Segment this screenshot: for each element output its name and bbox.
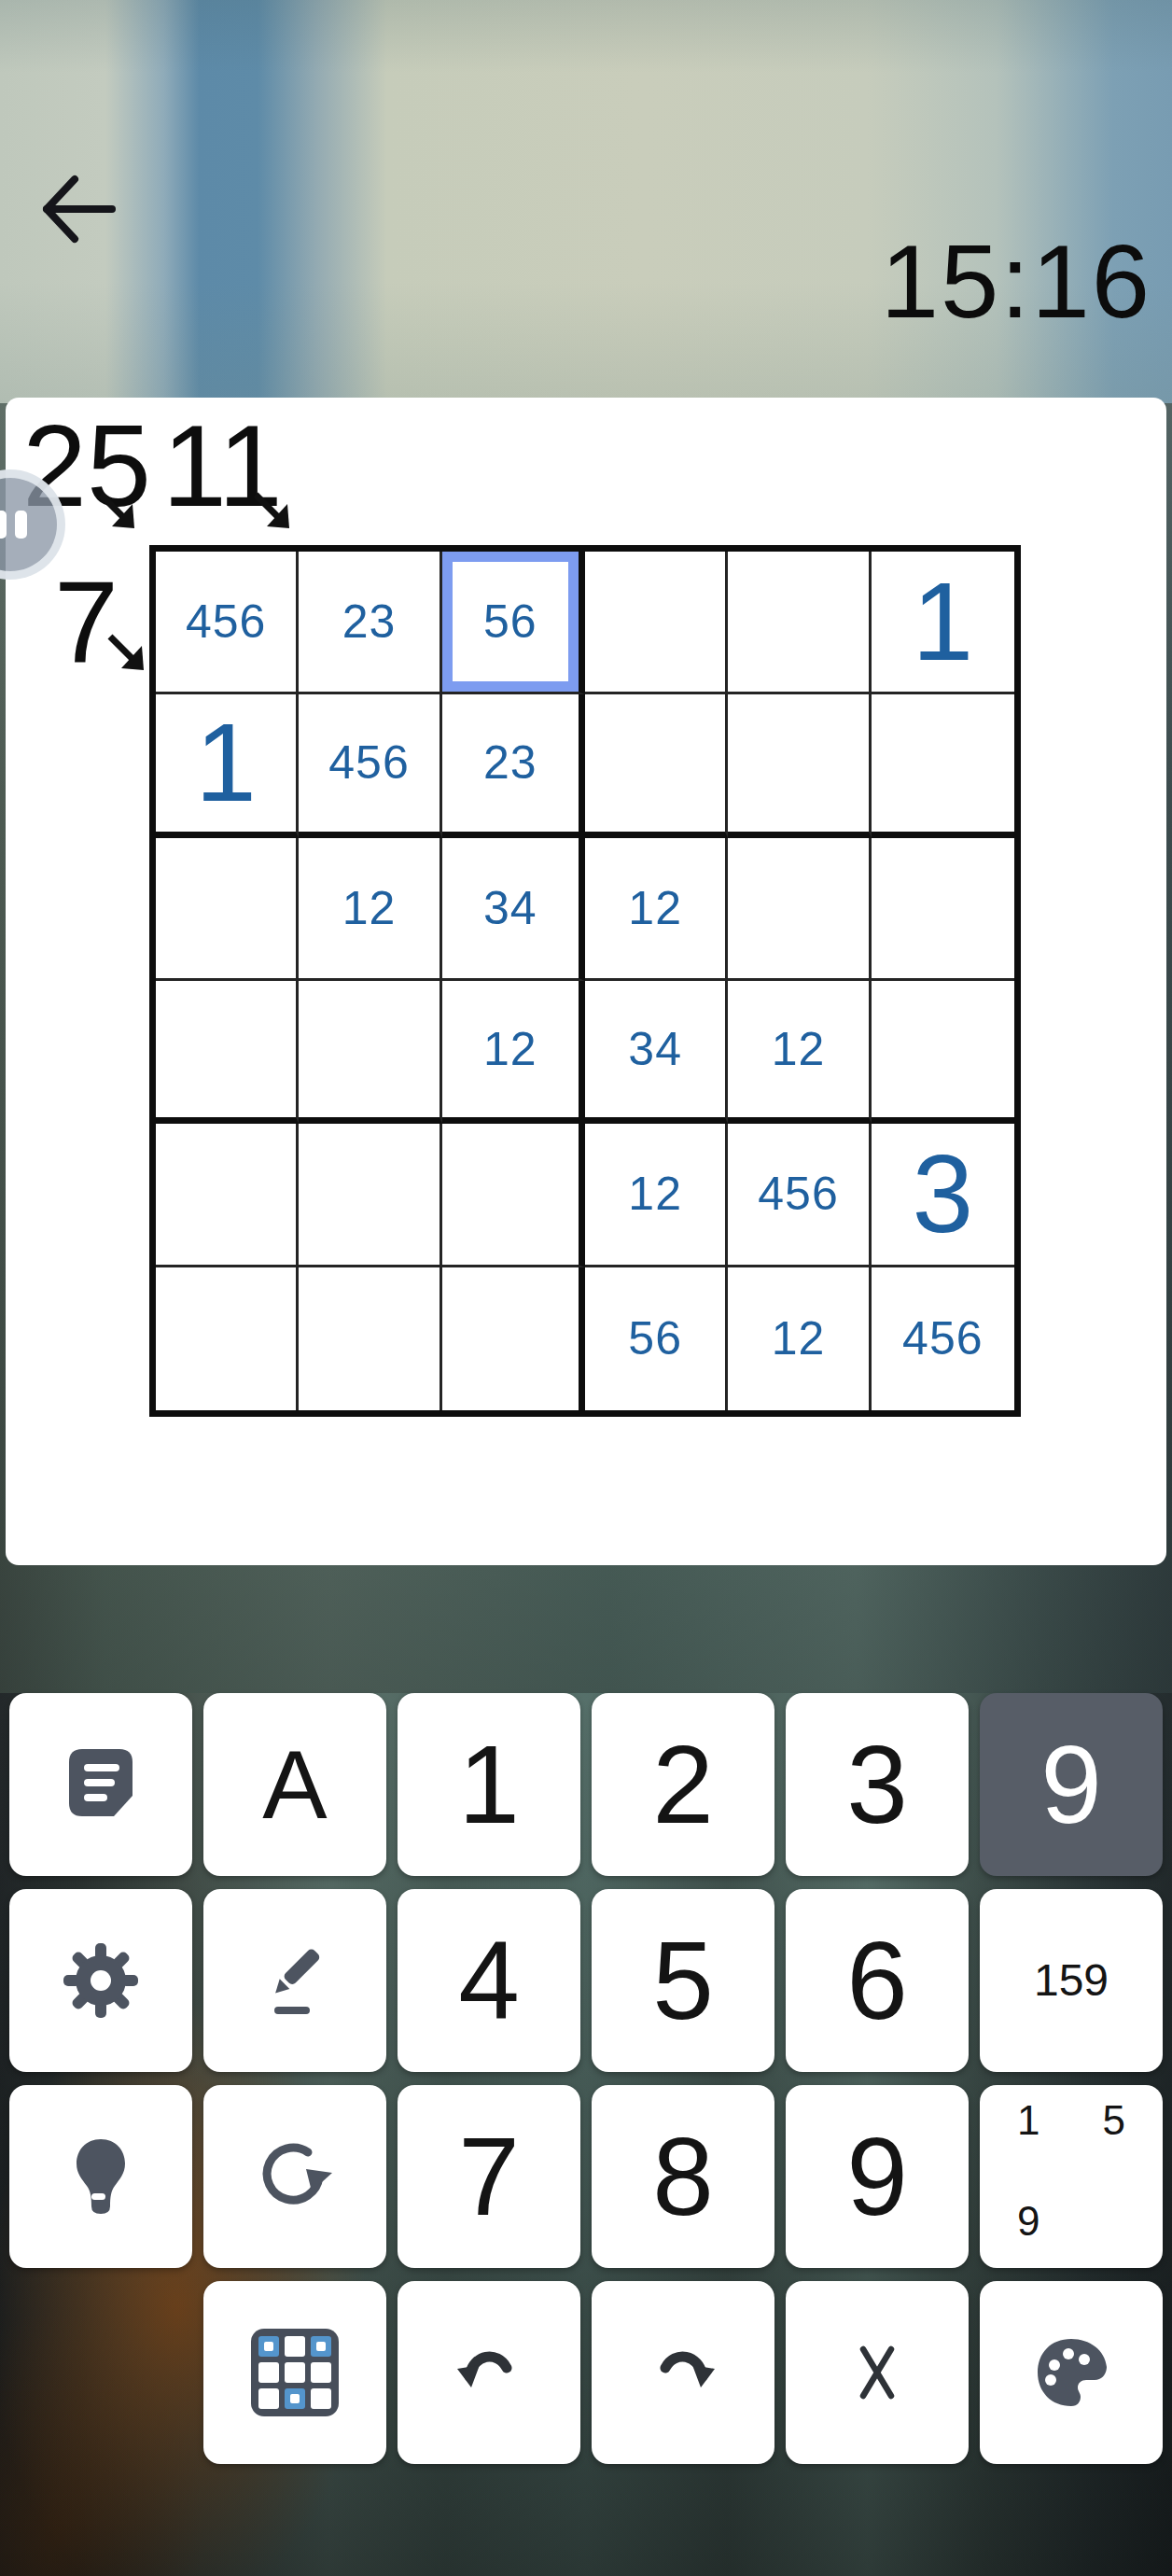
key-label: 1: [458, 1729, 520, 1840]
cell-pencil-marks: 456: [902, 1311, 983, 1365]
digit-5-button[interactable]: 5: [592, 1889, 774, 2072]
edit-button[interactable]: [203, 1889, 386, 2072]
cell-r4c4[interactable]: 34: [585, 981, 728, 1124]
digit-9-button[interactable]: 9: [786, 2085, 969, 2268]
key-label: 5: [652, 1925, 714, 2036]
pencil-icon: [250, 1936, 340, 2025]
hint-button[interactable]: [9, 2085, 192, 2268]
corner-mark-digit: 1: [1017, 2100, 1039, 2141]
cell-r4c2[interactable]: [299, 981, 441, 1124]
settings-button[interactable]: [9, 1889, 192, 2072]
cell-r6c1[interactable]: [156, 1267, 299, 1410]
cell-r6c6[interactable]: 456: [872, 1267, 1014, 1410]
cell-r1c1[interactable]: 456: [156, 552, 299, 694]
digit-8-button[interactable]: 8: [592, 2085, 774, 2268]
redo-icon: [638, 2328, 728, 2417]
cell-r4c1[interactable]: [156, 981, 299, 1124]
key-label: 3: [846, 1729, 908, 1840]
cell-r5c4[interactable]: 12: [585, 1124, 728, 1267]
rules-icon: [56, 1740, 146, 1829]
cell-pencil-marks: 23: [483, 735, 537, 790]
select-cells-icon: [251, 2329, 339, 2416]
cell-r3c2[interactable]: 12: [299, 838, 441, 981]
corner-mark-digit: 9: [1017, 2201, 1039, 2242]
digit-6-button[interactable]: 6: [786, 1889, 969, 2072]
cell-r5c5[interactable]: 456: [728, 1124, 871, 1267]
cell-r2c1[interactable]: 1: [156, 694, 299, 837]
cell-r3c1[interactable]: [156, 838, 299, 981]
key-label: 4: [458, 1925, 520, 2036]
palette-icon: [1026, 2328, 1116, 2417]
select-cells-button[interactable]: [203, 2281, 386, 2464]
digit-1-button[interactable]: 1: [398, 1693, 580, 1876]
normal-mode-9-button[interactable]: 9: [980, 1693, 1163, 1876]
key-label: 9: [846, 2121, 908, 2232]
cell-r2c5[interactable]: [728, 694, 871, 837]
center-marks-button[interactable]: 159: [980, 1889, 1163, 2072]
cell-r1c2[interactable]: 23: [299, 552, 441, 694]
rules-button[interactable]: [9, 1693, 192, 1876]
digit-3-button[interactable]: 3: [786, 1693, 969, 1876]
cell-pencil-marks: 12: [483, 1022, 537, 1076]
cell-pencil-marks: 23: [342, 595, 397, 649]
cell-r1c3[interactable]: 56: [442, 552, 585, 694]
cell-r5c6[interactable]: 3: [872, 1124, 1014, 1267]
digit-7-button[interactable]: 7: [398, 2085, 580, 2268]
key-label: 159: [1034, 1958, 1109, 2003]
corner-mark-digit: 5: [1103, 2100, 1125, 2141]
cell-r4c3[interactable]: 12: [442, 981, 585, 1124]
cell-pencil-marks: 12: [772, 1022, 826, 1076]
cell-r5c1[interactable]: [156, 1124, 299, 1267]
restart-button[interactable]: [203, 2085, 386, 2268]
restart-icon: [250, 2132, 340, 2221]
digit-4-button[interactable]: 4: [398, 1889, 580, 2072]
cell-pencil-marks: 34: [483, 881, 537, 935]
background-top: [0, 0, 1172, 403]
cell-r2c3[interactable]: 23: [442, 694, 585, 837]
cell-r6c3[interactable]: [442, 1267, 585, 1410]
cell-r3c5[interactable]: [728, 838, 871, 981]
undo-button[interactable]: [398, 2281, 580, 2464]
cell-digit: 1: [913, 567, 974, 677]
pause-icon: [0, 511, 27, 539]
cell-pencil-marks: 56: [628, 1311, 682, 1365]
gear-icon: [56, 1936, 146, 2025]
lightbulb-icon: [56, 2132, 146, 2221]
clear-button[interactable]: [786, 2281, 969, 2464]
colors-button[interactable]: [980, 2281, 1163, 2464]
back-button[interactable]: [34, 164, 123, 254]
cell-pencil-marks: 12: [628, 881, 682, 935]
cell-pencil-marks: 456: [186, 595, 266, 649]
cell-pencil-marks: 456: [758, 1167, 838, 1221]
cell-pencil-marks: 12: [342, 881, 397, 935]
keypad-spacer: [9, 2281, 192, 2464]
cell-r2c2[interactable]: 456: [299, 694, 441, 837]
cell-r1c5[interactable]: [728, 552, 871, 694]
cell-r2c4[interactable]: [585, 694, 728, 837]
cell-r3c3[interactable]: 34: [442, 838, 585, 981]
board-layer: 456235611456231234121234121245635612456: [6, 398, 1166, 1565]
cell-r1c4[interactable]: [585, 552, 728, 694]
cell-digit: 3: [913, 1139, 974, 1249]
board: 456235611456231234121234121245635612456: [149, 545, 1021, 1417]
key-label: 6: [846, 1925, 908, 2036]
cell-pencil-marks: 456: [328, 735, 409, 790]
redo-button[interactable]: [592, 2281, 774, 2464]
arrow-left-icon: [34, 164, 123, 254]
digit-2-button[interactable]: 2: [592, 1693, 774, 1876]
key-label: 9: [1040, 1729, 1102, 1840]
key-label: A: [262, 1736, 327, 1833]
key-label: 7: [458, 2121, 520, 2232]
cell-r6c5[interactable]: 12: [728, 1267, 871, 1410]
cell-pencil-marks: 12: [772, 1311, 826, 1365]
cell-digit: 1: [195, 707, 257, 818]
key-label: 8: [652, 2121, 714, 2232]
cell-r6c4[interactable]: 56: [585, 1267, 728, 1410]
clear-x-icon: [832, 2328, 922, 2417]
keypad: A1239456159789159: [9, 1693, 1163, 2464]
cell-r3c6[interactable]: [872, 838, 1014, 981]
corner-marks-button[interactable]: 159: [980, 2085, 1163, 2268]
cell-pencil-marks: 56: [483, 595, 537, 649]
timer: 15:16: [881, 230, 1151, 334]
cell-r6c2[interactable]: [299, 1267, 441, 1410]
undo-icon: [444, 2328, 534, 2417]
cell-r5c3[interactable]: [442, 1124, 585, 1267]
cell-r3c4[interactable]: 12: [585, 838, 728, 981]
cell-r1c6[interactable]: 1: [872, 552, 1014, 694]
cell-pencil-marks: 12: [628, 1167, 682, 1221]
cell-pencil-marks: 34: [628, 1022, 682, 1076]
cell-r2c6[interactable]: [872, 694, 1014, 837]
cell-r4c5[interactable]: 12: [728, 981, 871, 1124]
letter-a-button[interactable]: A: [203, 1693, 386, 1876]
cell-r4c6[interactable]: [872, 981, 1014, 1124]
key-label: 2: [652, 1729, 714, 1840]
cell-r5c2[interactable]: [299, 1124, 441, 1267]
